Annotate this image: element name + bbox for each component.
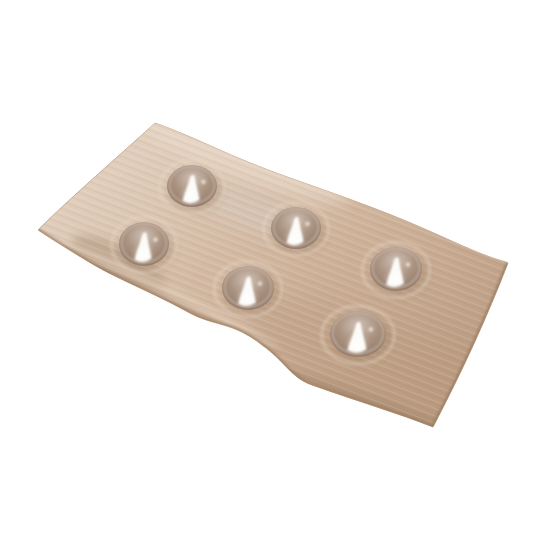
dome-r2c1 [112, 217, 177, 272]
dome-r1c1 [160, 161, 225, 214]
dome-glow [239, 291, 255, 304]
dome-r1c2 [264, 203, 329, 256]
dome-r2c2 [214, 261, 282, 316]
dome-specular-dot [368, 327, 373, 332]
dome-specular-dot [201, 179, 206, 184]
dome-glow [288, 231, 303, 244]
dome-specular-dot [153, 237, 158, 242]
dome-r1c3 [362, 242, 430, 297]
dome-specular-dot [258, 281, 263, 286]
dome-glow [349, 337, 366, 351]
scene-photo [0, 0, 550, 550]
dome-glow [136, 247, 151, 260]
dome-specular-dot [406, 262, 411, 267]
product-photo-canvas [0, 0, 550, 550]
dome-glow [184, 189, 199, 202]
dome-specular-dot [305, 221, 310, 226]
dome-r2c3 [322, 306, 395, 364]
dome-glow [387, 272, 403, 285]
